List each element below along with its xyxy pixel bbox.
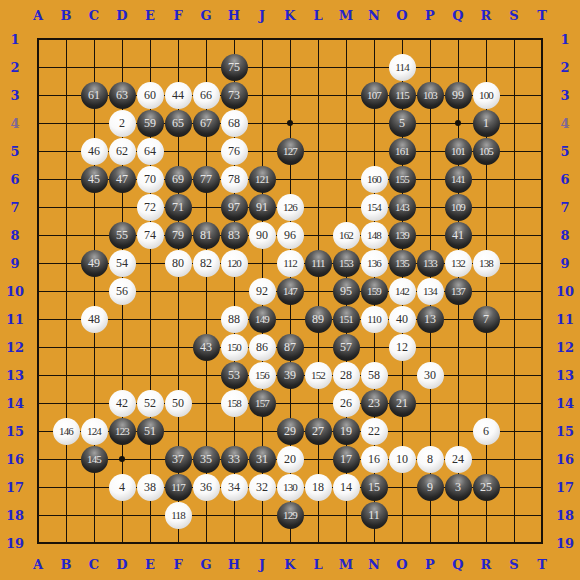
stone-black-C9[interactable]: 49 <box>81 250 108 277</box>
stone-black-F7[interactable]: 71 <box>165 194 192 221</box>
stone-black-K13[interactable]: 39 <box>277 362 304 389</box>
move-number: 123 <box>115 426 129 437</box>
stone-white-J10[interactable]: 92 <box>249 278 276 305</box>
stone-black-M15[interactable]: 19 <box>333 418 360 445</box>
grid-line-horizontal <box>37 542 543 544</box>
move-number: 36 <box>200 481 212 493</box>
move-number: 31 <box>256 453 268 465</box>
go-board[interactable]: AABBCCDDEEFFGGHHJJKKLLMMNNOOPPQQRRSSTT11… <box>0 0 580 580</box>
stone-white-L17[interactable]: 18 <box>305 474 332 501</box>
stone-white-R15[interactable]: 6 <box>473 418 500 445</box>
move-number: 130 <box>283 482 297 493</box>
stone-black-L11[interactable]: 89 <box>305 306 332 333</box>
stone-black-R5[interactable]: 105 <box>473 138 500 165</box>
move-number: 28 <box>340 369 352 381</box>
coord-left-13: 13 <box>6 369 24 382</box>
stone-white-D9[interactable]: 54 <box>109 250 136 277</box>
stone-white-K8[interactable]: 96 <box>277 222 304 249</box>
coord-left-16: 16 <box>6 453 24 466</box>
move-number: 124 <box>87 426 101 437</box>
coord-right-19: 19 <box>556 537 574 550</box>
stone-black-N3[interactable]: 107 <box>361 82 388 109</box>
stone-white-M14[interactable]: 26 <box>333 390 360 417</box>
move-number: 2 <box>119 117 125 129</box>
move-number: 110 <box>367 314 381 325</box>
move-number: 99 <box>452 89 464 101</box>
stone-white-J13[interactable]: 156 <box>249 362 276 389</box>
move-number: 68 <box>228 117 240 129</box>
coord-left-4: 4 <box>10 117 19 130</box>
stone-black-E4[interactable]: 59 <box>137 110 164 137</box>
grid-line-vertical <box>318 38 319 544</box>
stone-white-E5[interactable]: 64 <box>137 138 164 165</box>
move-number: 43 <box>200 341 212 353</box>
stone-white-D4[interactable]: 2 <box>109 110 136 137</box>
move-number: 60 <box>144 89 156 101</box>
coord-bottom-O: O <box>396 558 407 571</box>
move-number: 121 <box>255 174 269 185</box>
stone-white-O2[interactable]: 114 <box>389 54 416 81</box>
move-number: 145 <box>87 454 101 465</box>
stone-white-C11[interactable]: 48 <box>81 306 108 333</box>
stone-black-L15[interactable]: 27 <box>305 418 332 445</box>
stone-white-N16[interactable]: 16 <box>361 446 388 473</box>
stone-white-C5[interactable]: 46 <box>81 138 108 165</box>
move-number: 20 <box>284 453 296 465</box>
coord-left-9: 9 <box>10 257 19 270</box>
stone-white-N13[interactable]: 58 <box>361 362 388 389</box>
go-diagram: AABBCCDDEEFFGGHHJJKKLLMMNNOOPPQQRRSSTT11… <box>0 0 580 580</box>
coord-right-17: 17 <box>556 481 574 494</box>
stone-white-H12[interactable]: 150 <box>221 334 248 361</box>
stone-black-O8[interactable]: 139 <box>389 222 416 249</box>
stone-white-D14[interactable]: 42 <box>109 390 136 417</box>
stone-white-K17[interactable]: 130 <box>277 474 304 501</box>
move-number: 141 <box>451 174 465 185</box>
move-number: 107 <box>367 90 381 101</box>
stone-white-N6[interactable]: 160 <box>361 166 388 193</box>
stone-black-Q3[interactable]: 99 <box>445 82 472 109</box>
coord-bottom-R: R <box>481 558 492 571</box>
stone-white-N7[interactable]: 154 <box>361 194 388 221</box>
stone-white-D17[interactable]: 4 <box>109 474 136 501</box>
move-number: 114 <box>395 62 409 73</box>
stone-black-F16[interactable]: 37 <box>165 446 192 473</box>
stone-black-J11[interactable]: 149 <box>249 306 276 333</box>
stone-black-O7[interactable]: 143 <box>389 194 416 221</box>
move-number: 76 <box>228 145 240 157</box>
move-number: 135 <box>395 258 409 269</box>
stone-black-N10[interactable]: 159 <box>361 278 388 305</box>
stone-white-K9[interactable]: 112 <box>277 250 304 277</box>
move-number: 148 <box>367 230 381 241</box>
stone-white-F14[interactable]: 50 <box>165 390 192 417</box>
star-point-D16 <box>119 456 125 462</box>
move-number: 103 <box>423 90 437 101</box>
stone-black-D3[interactable]: 63 <box>109 82 136 109</box>
coord-left-7: 7 <box>10 201 19 214</box>
grid-line-horizontal <box>37 319 543 320</box>
move-number: 120 <box>227 258 241 269</box>
move-number: 142 <box>395 286 409 297</box>
coord-top-T: T <box>537 9 547 22</box>
move-number: 154 <box>367 202 381 213</box>
coord-right-16: 16 <box>556 453 574 466</box>
stone-black-N18[interactable]: 11 <box>361 502 388 529</box>
move-number: 95 <box>340 285 352 297</box>
move-number: 19 <box>340 425 352 437</box>
move-number: 134 <box>423 286 437 297</box>
coord-right-12: 12 <box>556 341 574 354</box>
move-number: 49 <box>88 257 100 269</box>
move-number: 97 <box>228 201 240 213</box>
move-number: 66 <box>200 89 212 101</box>
move-number: 160 <box>367 174 381 185</box>
stone-black-H3[interactable]: 73 <box>221 82 248 109</box>
coord-bottom-D: D <box>116 558 127 571</box>
stone-white-G17[interactable]: 36 <box>193 474 220 501</box>
stone-black-M12[interactable]: 57 <box>333 334 360 361</box>
coord-top-B: B <box>61 9 72 22</box>
move-number: 147 <box>283 286 297 297</box>
coord-right-15: 15 <box>556 425 574 438</box>
coord-top-O: O <box>396 9 407 22</box>
coord-bottom-L: L <box>313 558 322 571</box>
stone-black-H2[interactable]: 75 <box>221 54 248 81</box>
stone-white-C15[interactable]: 124 <box>81 418 108 445</box>
move-number: 158 <box>227 398 241 409</box>
stone-black-G6[interactable]: 77 <box>193 166 220 193</box>
move-number: 72 <box>144 201 156 213</box>
stone-white-H14[interactable]: 158 <box>221 390 248 417</box>
coord-right-2: 2 <box>560 61 569 74</box>
stone-white-F9[interactable]: 80 <box>165 250 192 277</box>
stone-black-E15[interactable]: 51 <box>137 418 164 445</box>
move-number: 6 <box>483 425 489 437</box>
stone-white-N15[interactable]: 22 <box>361 418 388 445</box>
stone-white-D10[interactable]: 56 <box>109 278 136 305</box>
stone-black-D8[interactable]: 55 <box>109 222 136 249</box>
move-number: 8 <box>427 453 433 465</box>
move-number: 33 <box>228 453 240 465</box>
coord-top-F: F <box>173 9 182 22</box>
coord-right-4: 4 <box>560 117 569 130</box>
stone-black-H7[interactable]: 97 <box>221 194 248 221</box>
stone-white-B15[interactable]: 146 <box>53 418 80 445</box>
stone-white-R3[interactable]: 100 <box>473 82 500 109</box>
stone-white-N8[interactable]: 148 <box>361 222 388 249</box>
move-number: 39 <box>284 369 296 381</box>
move-number: 53 <box>228 369 240 381</box>
move-number: 23 <box>368 397 380 409</box>
stone-white-J12[interactable]: 86 <box>249 334 276 361</box>
stone-black-J14[interactable]: 157 <box>249 390 276 417</box>
stone-black-O9[interactable]: 135 <box>389 250 416 277</box>
move-number: 127 <box>283 146 297 157</box>
move-number: 138 <box>479 258 493 269</box>
stone-white-H9[interactable]: 120 <box>221 250 248 277</box>
move-number: 34 <box>228 481 240 493</box>
move-number: 75 <box>228 61 240 73</box>
stone-white-Q16[interactable]: 24 <box>445 446 472 473</box>
move-number: 64 <box>144 145 156 157</box>
move-number: 41 <box>452 229 464 241</box>
move-number: 90 <box>256 229 268 241</box>
coord-top-A: A <box>33 9 43 22</box>
move-number: 78 <box>228 173 240 185</box>
stone-white-M8[interactable]: 162 <box>333 222 360 249</box>
stone-white-P10[interactable]: 134 <box>417 278 444 305</box>
stone-white-K7[interactable]: 126 <box>277 194 304 221</box>
move-number: 11 <box>368 509 380 521</box>
stone-black-O14[interactable]: 21 <box>389 390 416 417</box>
move-number: 63 <box>116 89 128 101</box>
coord-top-N: N <box>368 9 380 22</box>
stone-black-K10[interactable]: 147 <box>277 278 304 305</box>
stone-black-P3[interactable]: 103 <box>417 82 444 109</box>
move-number: 10 <box>396 453 408 465</box>
move-number: 29 <box>284 425 296 437</box>
stone-black-Q17[interactable]: 3 <box>445 474 472 501</box>
stone-white-F18[interactable]: 118 <box>165 502 192 529</box>
move-number: 55 <box>116 229 128 241</box>
move-number: 136 <box>367 258 381 269</box>
stone-white-M17[interactable]: 14 <box>333 474 360 501</box>
move-number: 126 <box>283 202 297 213</box>
coord-right-13: 13 <box>556 369 574 382</box>
stone-white-E8[interactable]: 74 <box>137 222 164 249</box>
stone-black-G12[interactable]: 43 <box>193 334 220 361</box>
stone-black-Q10[interactable]: 137 <box>445 278 472 305</box>
move-number: 62 <box>116 145 128 157</box>
stone-black-J16[interactable]: 31 <box>249 446 276 473</box>
coord-left-11: 11 <box>6 313 24 326</box>
stone-white-Q9[interactable]: 132 <box>445 250 472 277</box>
stone-black-K5[interactable]: 127 <box>277 138 304 165</box>
move-number: 86 <box>256 341 268 353</box>
stone-white-G3[interactable]: 66 <box>193 82 220 109</box>
move-number: 139 <box>395 230 409 241</box>
coord-left-3: 3 <box>10 89 19 102</box>
stone-white-P13[interactable]: 30 <box>417 362 444 389</box>
stone-black-H8[interactable]: 83 <box>221 222 248 249</box>
stone-black-Q5[interactable]: 101 <box>445 138 472 165</box>
stone-black-D6[interactable]: 47 <box>109 166 136 193</box>
move-number: 143 <box>395 202 409 213</box>
move-number: 69 <box>172 173 184 185</box>
stone-white-E14[interactable]: 52 <box>137 390 164 417</box>
move-number: 91 <box>256 201 268 213</box>
move-number: 22 <box>368 425 380 437</box>
coord-right-6: 6 <box>560 173 569 186</box>
stone-black-J7[interactable]: 91 <box>249 194 276 221</box>
move-number: 26 <box>340 397 352 409</box>
move-number: 152 <box>311 370 325 381</box>
stone-black-G8[interactable]: 81 <box>193 222 220 249</box>
move-number: 155 <box>395 174 409 185</box>
move-number: 5 <box>399 117 405 129</box>
stone-black-H13[interactable]: 53 <box>221 362 248 389</box>
coord-left-15: 15 <box>6 425 24 438</box>
move-number: 70 <box>144 173 156 185</box>
stone-white-H11[interactable]: 88 <box>221 306 248 333</box>
stone-black-K15[interactable]: 29 <box>277 418 304 445</box>
coord-bottom-K: K <box>284 558 295 571</box>
stone-white-H4[interactable]: 68 <box>221 110 248 137</box>
stone-white-E3[interactable]: 60 <box>137 82 164 109</box>
stone-black-P17[interactable]: 9 <box>417 474 444 501</box>
move-number: 40 <box>396 313 408 325</box>
stone-white-H5[interactable]: 76 <box>221 138 248 165</box>
stone-black-F17[interactable]: 117 <box>165 474 192 501</box>
stone-black-O5[interactable]: 161 <box>389 138 416 165</box>
stone-white-G9[interactable]: 82 <box>193 250 220 277</box>
stone-black-N17[interactable]: 15 <box>361 474 388 501</box>
stone-black-M16[interactable]: 17 <box>333 446 360 473</box>
stone-white-N11[interactable]: 110 <box>361 306 388 333</box>
stone-black-G4[interactable]: 67 <box>193 110 220 137</box>
coord-bottom-N: N <box>368 558 380 571</box>
stone-black-Q6[interactable]: 141 <box>445 166 472 193</box>
move-number: 161 <box>395 146 409 157</box>
coord-top-Q: Q <box>452 9 463 22</box>
stone-white-E17[interactable]: 38 <box>137 474 164 501</box>
move-number: 118 <box>171 510 185 521</box>
stone-white-L13[interactable]: 152 <box>305 362 332 389</box>
stone-black-F6[interactable]: 69 <box>165 166 192 193</box>
move-number: 73 <box>228 89 240 101</box>
move-number: 100 <box>479 90 493 101</box>
stone-white-E6[interactable]: 70 <box>137 166 164 193</box>
stone-black-F8[interactable]: 79 <box>165 222 192 249</box>
move-number: 48 <box>88 313 100 325</box>
coord-right-8: 8 <box>560 229 569 242</box>
coord-right-7: 7 <box>560 201 569 214</box>
stone-black-D15[interactable]: 123 <box>109 418 136 445</box>
stone-black-M10[interactable]: 95 <box>333 278 360 305</box>
move-number: 159 <box>367 286 381 297</box>
move-number: 83 <box>228 229 240 241</box>
stone-white-O16[interactable]: 10 <box>389 446 416 473</box>
move-number: 38 <box>144 481 156 493</box>
coord-left-14: 14 <box>6 397 24 410</box>
move-number: 45 <box>88 173 100 185</box>
stone-black-N14[interactable]: 23 <box>361 390 388 417</box>
coord-top-K: K <box>284 9 295 22</box>
stone-black-P11[interactable]: 13 <box>417 306 444 333</box>
move-number: 37 <box>172 453 184 465</box>
move-number: 162 <box>339 230 353 241</box>
coord-bottom-P: P <box>425 558 435 571</box>
stone-black-M9[interactable]: 153 <box>333 250 360 277</box>
move-number: 88 <box>228 313 240 325</box>
coord-left-6: 6 <box>10 173 19 186</box>
move-number: 61 <box>88 89 100 101</box>
stone-white-P16[interactable]: 8 <box>417 446 444 473</box>
stone-black-K12[interactable]: 87 <box>277 334 304 361</box>
move-number: 25 <box>480 481 492 493</box>
stone-black-F4[interactable]: 65 <box>165 110 192 137</box>
stone-white-F3[interactable]: 44 <box>165 82 192 109</box>
coord-bottom-E: E <box>145 558 155 571</box>
stone-black-P9[interactable]: 133 <box>417 250 444 277</box>
coord-top-P: P <box>425 9 435 22</box>
stone-black-O4[interactable]: 5 <box>389 110 416 137</box>
stone-white-H6[interactable]: 78 <box>221 166 248 193</box>
move-number: 81 <box>200 229 212 241</box>
stone-white-J17[interactable]: 32 <box>249 474 276 501</box>
move-number: 35 <box>200 453 212 465</box>
stone-black-R4[interactable]: 1 <box>473 110 500 137</box>
stone-black-C16[interactable]: 145 <box>81 446 108 473</box>
coord-bottom-Q: Q <box>452 558 463 571</box>
coord-top-M: M <box>339 9 353 22</box>
move-number: 51 <box>144 425 156 437</box>
stone-white-R9[interactable]: 138 <box>473 250 500 277</box>
stone-black-C6[interactable]: 45 <box>81 166 108 193</box>
coord-bottom-B: B <box>61 558 72 571</box>
stone-white-O10[interactable]: 142 <box>389 278 416 305</box>
stone-black-M11[interactable]: 151 <box>333 306 360 333</box>
move-number: 52 <box>144 397 156 409</box>
stone-black-L9[interactable]: 111 <box>305 250 332 277</box>
move-number: 101 <box>451 146 465 157</box>
move-number: 112 <box>283 258 297 269</box>
stone-white-N9[interactable]: 136 <box>361 250 388 277</box>
move-number: 57 <box>340 341 352 353</box>
stone-black-R17[interactable]: 25 <box>473 474 500 501</box>
stone-black-O3[interactable]: 115 <box>389 82 416 109</box>
stone-white-M13[interactable]: 28 <box>333 362 360 389</box>
stone-black-Q7[interactable]: 109 <box>445 194 472 221</box>
stone-white-E7[interactable]: 72 <box>137 194 164 221</box>
stone-white-O11[interactable]: 40 <box>389 306 416 333</box>
coord-left-8: 8 <box>10 229 19 242</box>
coord-top-L: L <box>313 9 322 22</box>
grid-line-vertical <box>541 38 543 544</box>
stone-black-H16[interactable]: 33 <box>221 446 248 473</box>
coord-right-1: 1 <box>560 33 569 46</box>
stone-white-K16[interactable]: 20 <box>277 446 304 473</box>
star-point-K4 <box>287 120 293 126</box>
stone-white-O12[interactable]: 12 <box>389 334 416 361</box>
move-number: 79 <box>172 229 184 241</box>
move-number: 24 <box>452 453 464 465</box>
stone-white-D5[interactable]: 62 <box>109 138 136 165</box>
stone-black-C3[interactable]: 61 <box>81 82 108 109</box>
stone-black-J6[interactable]: 121 <box>249 166 276 193</box>
coord-right-3: 3 <box>560 89 569 102</box>
move-number: 3 <box>455 481 461 493</box>
stone-black-K18[interactable]: 129 <box>277 502 304 529</box>
stone-black-O6[interactable]: 155 <box>389 166 416 193</box>
stone-black-R11[interactable]: 7 <box>473 306 500 333</box>
move-number: 4 <box>119 481 125 493</box>
move-number: 47 <box>116 173 128 185</box>
move-number: 96 <box>284 229 296 241</box>
stone-black-Q8[interactable]: 41 <box>445 222 472 249</box>
move-number: 56 <box>116 285 128 297</box>
stone-black-G16[interactable]: 35 <box>193 446 220 473</box>
stone-white-H17[interactable]: 34 <box>221 474 248 501</box>
move-number: 89 <box>312 313 324 325</box>
coord-top-J: J <box>259 9 265 22</box>
coord-top-G: G <box>200 9 211 22</box>
coord-left-17: 17 <box>6 481 24 494</box>
move-number: 21 <box>396 397 408 409</box>
stone-white-J8[interactable]: 90 <box>249 222 276 249</box>
move-number: 105 <box>479 146 493 157</box>
